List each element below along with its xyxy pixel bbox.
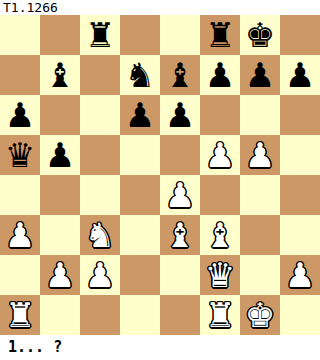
square-d8[interactable] bbox=[120, 15, 160, 55]
piece-white-knight: ♞ bbox=[80, 215, 120, 255]
square-e4[interactable]: ♟ bbox=[160, 175, 200, 215]
piece-white-pawn: ♟ bbox=[80, 255, 120, 295]
square-b4[interactable] bbox=[40, 175, 80, 215]
square-a2[interactable] bbox=[0, 255, 40, 295]
square-b7[interactable]: ♝ bbox=[40, 55, 80, 95]
title-bar: T1.1266 bbox=[0, 0, 320, 15]
square-h2[interactable]: ♟ bbox=[280, 255, 320, 295]
piece-black-pawn: ♟ bbox=[240, 55, 280, 95]
piece-black-bishop: ♝ bbox=[160, 55, 200, 95]
square-c2[interactable]: ♟ bbox=[80, 255, 120, 295]
piece-white-queen: ♛ bbox=[200, 255, 240, 295]
square-h4[interactable] bbox=[280, 175, 320, 215]
square-a4[interactable] bbox=[0, 175, 40, 215]
square-a3[interactable]: ♟ bbox=[0, 215, 40, 255]
piece-black-queen: ♛ bbox=[0, 135, 40, 175]
square-a6[interactable]: ♟ bbox=[0, 95, 40, 135]
square-e5[interactable] bbox=[160, 135, 200, 175]
piece-black-pawn: ♟ bbox=[0, 95, 40, 135]
square-b2[interactable]: ♟ bbox=[40, 255, 80, 295]
square-e1[interactable] bbox=[160, 295, 200, 335]
square-g6[interactable] bbox=[240, 95, 280, 135]
piece-white-king: ♚ bbox=[240, 295, 280, 335]
piece-black-pawn: ♟ bbox=[120, 95, 160, 135]
square-b3[interactable] bbox=[40, 215, 80, 255]
piece-white-rook: ♜ bbox=[200, 295, 240, 335]
square-a7[interactable] bbox=[0, 55, 40, 95]
piece-black-king: ♚ bbox=[240, 15, 280, 55]
move-prompt: 1... ? bbox=[0, 335, 62, 360]
square-c7[interactable] bbox=[80, 55, 120, 95]
square-d5[interactable] bbox=[120, 135, 160, 175]
square-h5[interactable] bbox=[280, 135, 320, 175]
square-d6[interactable]: ♟ bbox=[120, 95, 160, 135]
square-h3[interactable] bbox=[280, 215, 320, 255]
piece-white-pawn: ♟ bbox=[160, 175, 200, 215]
square-b6[interactable] bbox=[40, 95, 80, 135]
square-f3[interactable]: ♝ bbox=[200, 215, 240, 255]
piece-black-pawn: ♟ bbox=[160, 95, 200, 135]
piece-black-rook: ♜ bbox=[80, 15, 120, 55]
square-h6[interactable] bbox=[280, 95, 320, 135]
square-c4[interactable] bbox=[80, 175, 120, 215]
piece-black-bishop: ♝ bbox=[40, 55, 80, 95]
square-e2[interactable] bbox=[160, 255, 200, 295]
piece-black-rook: ♜ bbox=[200, 15, 240, 55]
square-b5[interactable]: ♟ bbox=[40, 135, 80, 175]
square-g8[interactable]: ♚ bbox=[240, 15, 280, 55]
square-h1[interactable] bbox=[280, 295, 320, 335]
square-c8[interactable]: ♜ bbox=[80, 15, 120, 55]
square-f2[interactable]: ♛ bbox=[200, 255, 240, 295]
square-b1[interactable] bbox=[40, 295, 80, 335]
square-h7[interactable]: ♟ bbox=[280, 55, 320, 95]
piece-white-pawn: ♟ bbox=[0, 215, 40, 255]
square-f4[interactable] bbox=[200, 175, 240, 215]
square-e3[interactable]: ♝ bbox=[160, 215, 200, 255]
square-a1[interactable]: ♜ bbox=[0, 295, 40, 335]
piece-black-pawn: ♟ bbox=[200, 55, 240, 95]
square-f7[interactable]: ♟ bbox=[200, 55, 240, 95]
square-f5[interactable]: ♟ bbox=[200, 135, 240, 175]
square-g2[interactable] bbox=[240, 255, 280, 295]
square-c5[interactable] bbox=[80, 135, 120, 175]
square-g1[interactable]: ♚ bbox=[240, 295, 280, 335]
piece-white-rook: ♜ bbox=[0, 295, 40, 335]
puzzle-id: T1.1266 bbox=[0, 0, 58, 15]
piece-black-pawn: ♟ bbox=[280, 55, 320, 95]
square-d7[interactable]: ♞ bbox=[120, 55, 160, 95]
piece-black-knight: ♞ bbox=[120, 55, 160, 95]
piece-white-bishop: ♝ bbox=[200, 215, 240, 255]
square-f1[interactable]: ♜ bbox=[200, 295, 240, 335]
square-c3[interactable]: ♞ bbox=[80, 215, 120, 255]
square-c1[interactable] bbox=[80, 295, 120, 335]
square-b8[interactable] bbox=[40, 15, 80, 55]
square-g5[interactable]: ♟ bbox=[240, 135, 280, 175]
piece-white-pawn: ♟ bbox=[240, 135, 280, 175]
chess-board: ♜♜♚♝♞♝♟♟♟♟♟♟♛♟♟♟♟♟♞♝♝♟♟♛♟♜♜♚ bbox=[0, 15, 320, 335]
square-d3[interactable] bbox=[120, 215, 160, 255]
square-f8[interactable]: ♜ bbox=[200, 15, 240, 55]
piece-white-pawn: ♟ bbox=[280, 255, 320, 295]
square-c6[interactable] bbox=[80, 95, 120, 135]
square-e8[interactable] bbox=[160, 15, 200, 55]
square-g7[interactable]: ♟ bbox=[240, 55, 280, 95]
square-d4[interactable] bbox=[120, 175, 160, 215]
piece-black-pawn: ♟ bbox=[40, 135, 80, 175]
square-e7[interactable]: ♝ bbox=[160, 55, 200, 95]
square-a5[interactable]: ♛ bbox=[0, 135, 40, 175]
status-bar: 1... ? bbox=[0, 335, 320, 360]
square-d1[interactable] bbox=[120, 295, 160, 335]
piece-white-bishop: ♝ bbox=[160, 215, 200, 255]
square-g3[interactable] bbox=[240, 215, 280, 255]
piece-white-pawn: ♟ bbox=[40, 255, 80, 295]
square-h8[interactable] bbox=[280, 15, 320, 55]
square-f6[interactable] bbox=[200, 95, 240, 135]
square-e6[interactable]: ♟ bbox=[160, 95, 200, 135]
square-g4[interactable] bbox=[240, 175, 280, 215]
square-a8[interactable] bbox=[0, 15, 40, 55]
piece-white-pawn: ♟ bbox=[200, 135, 240, 175]
square-d2[interactable] bbox=[120, 255, 160, 295]
